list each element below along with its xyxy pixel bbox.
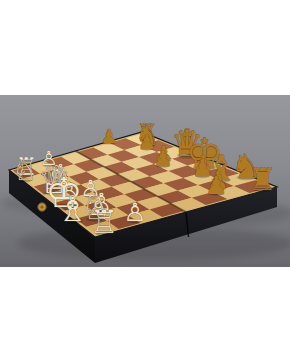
catalog-page-background: ♜♟♞♟♝♛♟♙♟♚♟♖♟♞♙♝♘♙♗♟♜♕♟♙♙♔♙♙♘♗♙♖ <box>0 0 290 363</box>
white-chess-piece: ♖ <box>90 204 118 240</box>
black-chess-piece: ♜ <box>248 161 276 197</box>
black-chess-piece: ♟ <box>153 146 173 171</box>
brass-clasp-pin <box>40 205 43 208</box>
black-chess-piece: ♟ <box>205 171 228 200</box>
white-chess-piece: ♙ <box>123 197 146 227</box>
white-chess-piece: ♗ <box>57 188 89 229</box>
white-chess-piece: ♘ <box>12 155 37 186</box>
chess-set-photo: ♜♟♞♟♝♛♟♙♟♚♟♖♟♞♙♝♘♙♗♟♜♕♟♙♙♔♙♙♘♗♙♖ <box>0 95 290 267</box>
black-chess-piece: ♟ <box>100 125 117 147</box>
chessboard-scene: ♜♟♞♟♝♛♟♙♟♚♟♖♟♞♙♝♘♙♗♟♜♕♟♙♙♔♙♙♘♗♙♖ <box>0 95 290 267</box>
